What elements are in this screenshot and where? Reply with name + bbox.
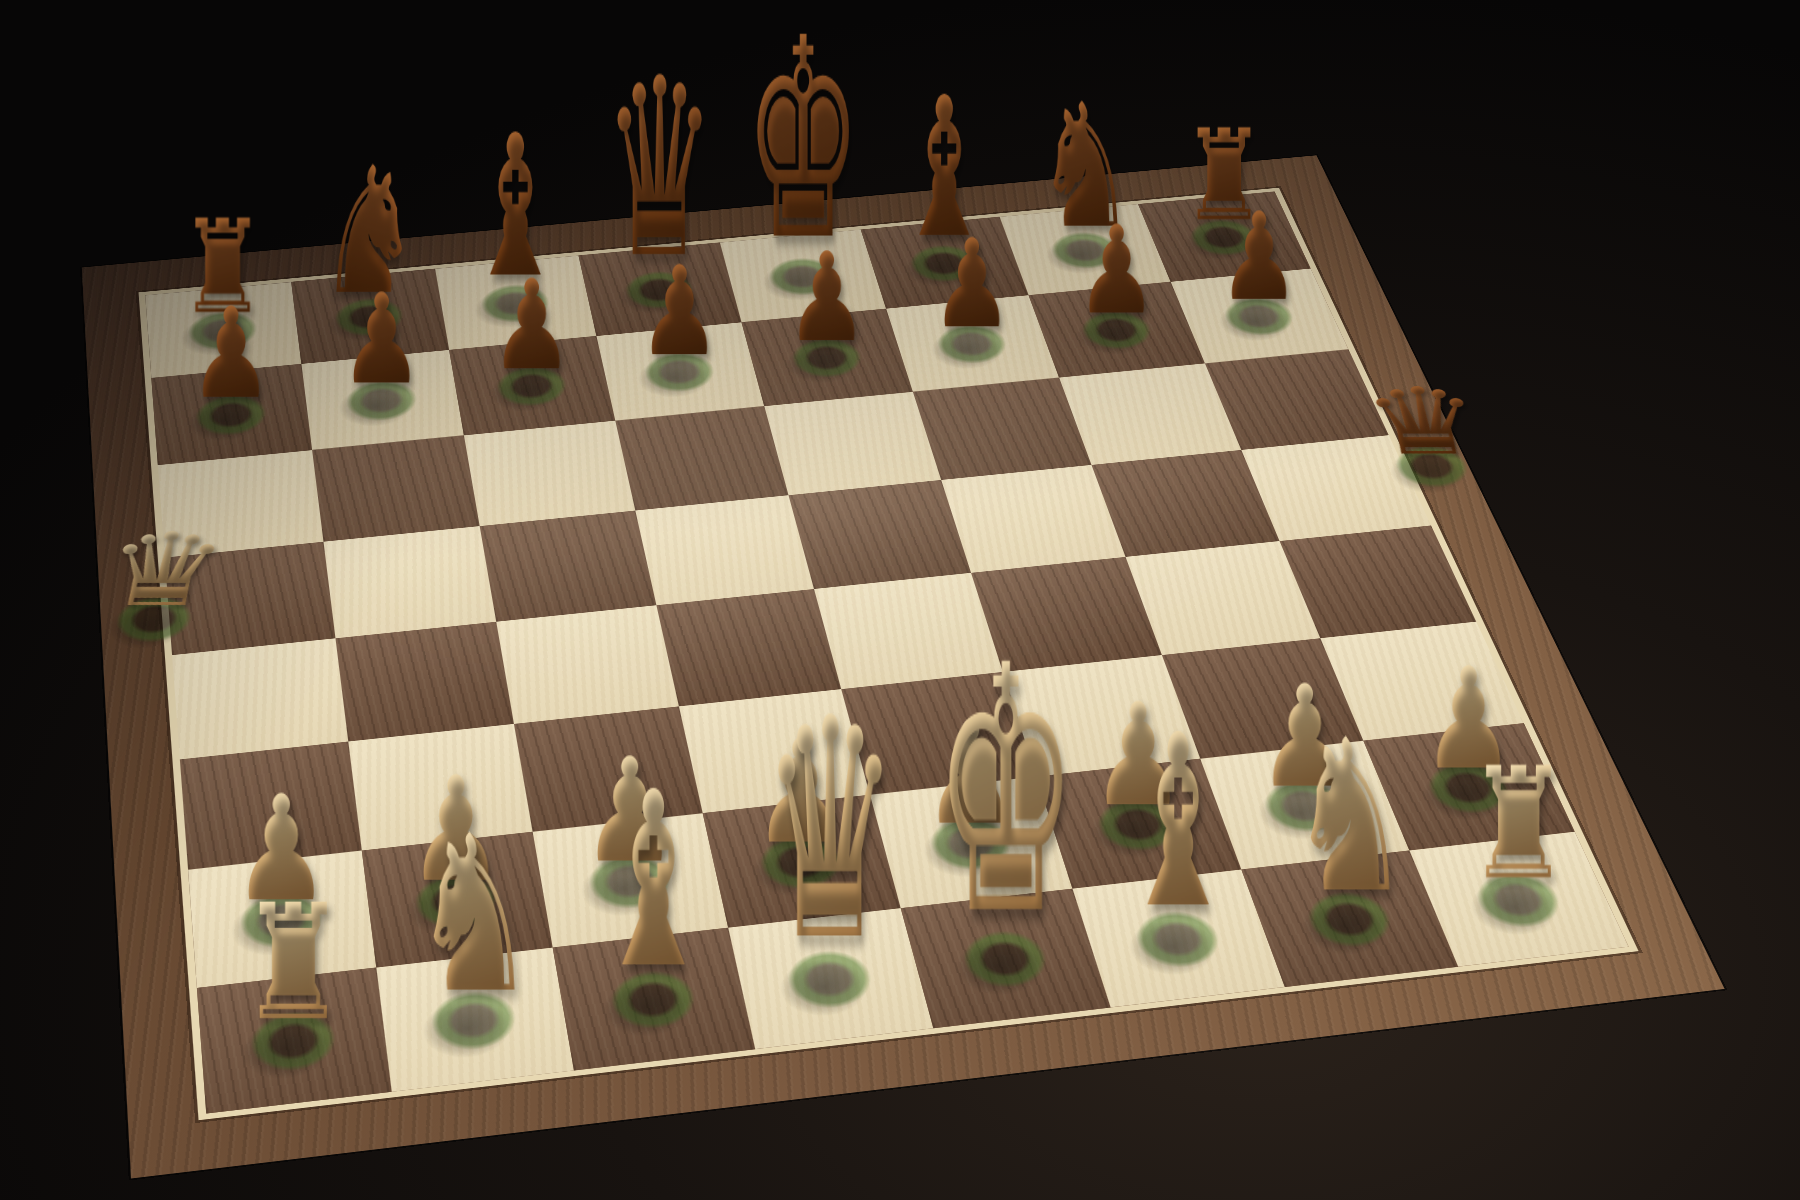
square-g5[interactable] <box>1091 450 1279 557</box>
white-bishop-c1[interactable]: ♝ <box>593 760 713 1002</box>
white-knight-b1[interactable]: ♞ <box>411 806 538 1023</box>
chess-board: ♜♞♝♛♚♝♞♜♟♟♟♟♟♟♟♟♟♟♟♟♟♟♟♟♜♞♝♛♚♝♞♜ ♛♛ <box>82 155 1725 1178</box>
square-c1[interactable]: ♝ <box>553 927 755 1070</box>
square-f1[interactable]: ♝ <box>1072 869 1285 1007</box>
white-king-e1[interactable]: ♚ <box>934 623 1078 963</box>
square-c5[interactable] <box>480 510 656 621</box>
black-pawn-b7[interactable]: ♟ <box>340 277 423 402</box>
black-pawn-d7[interactable]: ♟ <box>638 249 721 372</box>
square-b7[interactable]: ♟ <box>301 350 464 450</box>
square-c7[interactable]: ♟ <box>449 336 615 435</box>
white-rook-h1[interactable]: ♜ <box>1467 748 1570 902</box>
square-c4[interactable] <box>496 605 678 723</box>
white-knight-g1[interactable]: ♞ <box>1288 711 1411 922</box>
white-bishop-f1[interactable]: ♝ <box>1120 704 1238 942</box>
square-e5[interactable] <box>788 480 970 589</box>
square-a7[interactable]: ♟ <box>151 364 311 465</box>
white-rook-a1[interactable]: ♜ <box>240 883 347 1043</box>
black-pawn-c7[interactable]: ♟ <box>490 263 573 387</box>
square-b6[interactable] <box>312 435 480 541</box>
black-pawn-f7[interactable]: ♟ <box>931 223 1013 345</box>
square-h4[interactable] <box>1279 525 1476 638</box>
square-b5[interactable] <box>323 526 496 639</box>
black-pawn-h7[interactable]: ♟ <box>1219 196 1300 317</box>
square-d7[interactable]: ♟ <box>596 322 764 421</box>
black-pawn-a7[interactable]: ♟ <box>189 291 273 416</box>
square-b4[interactable] <box>335 622 514 741</box>
board-grid: ♜♞♝♛♚♝♞♜♟♟♟♟♟♟♟♟♟♟♟♟♟♟♟♟♜♞♝♛♚♝♞♜ <box>139 188 1639 1120</box>
square-b1[interactable]: ♞ <box>376 947 574 1092</box>
spare-black-queen[interactable]: ♛ <box>1357 376 1491 469</box>
square-c6[interactable] <box>464 421 635 526</box>
square-d5[interactable] <box>635 495 814 605</box>
square-e7[interactable]: ♟ <box>741 308 912 406</box>
spare-white-queen[interactable]: ♛ <box>92 519 234 621</box>
black-pawn-g7[interactable]: ♟ <box>1076 209 1157 331</box>
studio-background: ♜♞♝♛♚♝♞♜♟♟♟♟♟♟♟♟♟♟♟♟♟♟♟♟♜♞♝♛♚♝♞♜ ♛♛ <box>0 0 1800 1200</box>
square-a1[interactable]: ♜ <box>197 967 391 1113</box>
square-f5[interactable] <box>941 465 1126 573</box>
black-pawn-e7[interactable]: ♟ <box>786 236 868 359</box>
square-e6[interactable] <box>764 392 940 495</box>
square-d6[interactable] <box>615 406 789 510</box>
square-a4[interactable] <box>172 638 348 759</box>
square-d1[interactable]: ♛ <box>728 908 934 1049</box>
white-queen-d1[interactable]: ♛ <box>762 679 899 983</box>
